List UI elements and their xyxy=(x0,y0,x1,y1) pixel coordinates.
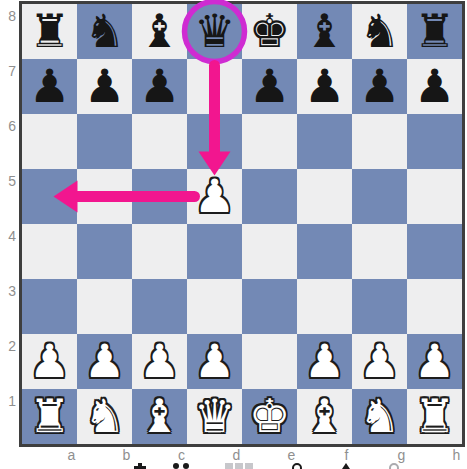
square-g2[interactable]: ♟ xyxy=(352,334,407,389)
square-d8[interactable]: ♛ xyxy=(187,4,242,59)
piece-black-knight: ♞ xyxy=(84,4,125,59)
piece-black-rook: ♜ xyxy=(29,4,70,59)
rank-label-1: 1 xyxy=(0,392,16,410)
piece-white-pawn: ♟ xyxy=(29,334,70,389)
square-f3[interactable] xyxy=(297,279,352,334)
square-h4[interactable] xyxy=(407,224,462,279)
rank-label-5: 5 xyxy=(0,172,16,190)
square-a3[interactable] xyxy=(22,279,77,334)
rank-label-8: 8 xyxy=(0,7,16,25)
square-h1[interactable]: ♜ xyxy=(407,389,462,444)
square-a1[interactable]: ♜ xyxy=(22,389,77,444)
square-b4[interactable] xyxy=(77,224,132,279)
piece-white-bishop: ♝ xyxy=(304,389,345,444)
cutoff-caption-fragments xyxy=(0,462,467,469)
rank-label-7: 7 xyxy=(0,62,16,80)
piece-black-bishop: ♝ xyxy=(304,4,345,59)
cutoff-glyph-fragment-triangle xyxy=(340,463,352,469)
square-b7[interactable]: ♟ xyxy=(77,59,132,114)
square-d2[interactable]: ♟ xyxy=(187,334,242,389)
square-e4[interactable] xyxy=(242,224,297,279)
piece-white-queen: ♛ xyxy=(194,389,235,444)
piece-white-king: ♚ xyxy=(249,389,290,444)
square-b1[interactable]: ♞ xyxy=(77,389,132,444)
square-c4[interactable] xyxy=(132,224,187,279)
rank-label-6: 6 xyxy=(0,117,16,135)
rank-label-2: 2 xyxy=(0,337,16,355)
piece-white-knight: ♞ xyxy=(359,389,400,444)
square-d6[interactable] xyxy=(187,114,242,169)
square-b8[interactable]: ♞ xyxy=(77,4,132,59)
square-a5[interactable] xyxy=(22,169,77,224)
piece-white-pawn: ♟ xyxy=(414,334,455,389)
square-d3[interactable] xyxy=(187,279,242,334)
square-g1[interactable]: ♞ xyxy=(352,389,407,444)
square-g4[interactable] xyxy=(352,224,407,279)
piece-white-pawn: ♟ xyxy=(84,334,125,389)
square-e1[interactable]: ♚ xyxy=(242,389,297,444)
square-h2[interactable]: ♟ xyxy=(407,334,462,389)
square-d4[interactable] xyxy=(187,224,242,279)
square-g7[interactable]: ♟ xyxy=(352,59,407,114)
square-f2[interactable]: ♟ xyxy=(297,334,352,389)
square-h3[interactable] xyxy=(407,279,462,334)
cutoff-glyph-fragment-ring xyxy=(292,463,302,469)
piece-black-queen: ♛ xyxy=(194,4,235,59)
square-h6[interactable] xyxy=(407,114,462,169)
square-a8[interactable]: ♜ xyxy=(22,4,77,59)
square-e8[interactable]: ♚ xyxy=(242,4,297,59)
piece-black-pawn: ♟ xyxy=(249,59,290,114)
piece-white-knight: ♞ xyxy=(84,389,125,444)
piece-black-pawn: ♟ xyxy=(414,59,455,114)
square-d1[interactable]: ♛ xyxy=(187,389,242,444)
piece-white-pawn: ♟ xyxy=(194,169,235,224)
square-e7[interactable]: ♟ xyxy=(242,59,297,114)
square-a4[interactable] xyxy=(22,224,77,279)
square-c5[interactable] xyxy=(132,169,187,224)
square-h7[interactable]: ♟ xyxy=(407,59,462,114)
square-f6[interactable] xyxy=(297,114,352,169)
square-h8[interactable]: ♜ xyxy=(407,4,462,59)
piece-black-pawn: ♟ xyxy=(359,59,400,114)
square-g6[interactable] xyxy=(352,114,407,169)
piece-black-king: ♚ xyxy=(249,4,290,59)
square-f8[interactable]: ♝ xyxy=(297,4,352,59)
square-c3[interactable] xyxy=(132,279,187,334)
piece-black-pawn: ♟ xyxy=(29,59,70,114)
rank-label-3: 3 xyxy=(0,282,16,300)
square-b3[interactable] xyxy=(77,279,132,334)
square-f4[interactable] xyxy=(297,224,352,279)
square-a7[interactable]: ♟ xyxy=(22,59,77,114)
square-c2[interactable]: ♟ xyxy=(132,334,187,389)
cutoff-glyph-fragment-ring xyxy=(389,463,399,469)
piece-white-pawn: ♟ xyxy=(194,334,235,389)
cutoff-glyph-fragment-rect xyxy=(225,463,233,469)
square-c1[interactable]: ♝ xyxy=(132,389,187,444)
piece-black-rook: ♜ xyxy=(414,4,455,59)
piece-black-knight: ♞ xyxy=(359,4,400,59)
piece-black-pawn: ♟ xyxy=(139,59,180,114)
square-b2[interactable]: ♟ xyxy=(77,334,132,389)
square-g3[interactable] xyxy=(352,279,407,334)
cutoff-glyph-fragment-rect xyxy=(235,463,243,469)
square-a6[interactable] xyxy=(22,114,77,169)
cutoff-glyph-fragment-dot xyxy=(183,463,189,469)
piece-white-pawn: ♟ xyxy=(359,334,400,389)
square-f1[interactable]: ♝ xyxy=(297,389,352,444)
square-f5[interactable] xyxy=(297,169,352,224)
cutoff-glyph-fragment-rect xyxy=(245,463,253,469)
square-c6[interactable] xyxy=(132,114,187,169)
piece-white-pawn: ♟ xyxy=(304,334,345,389)
square-b6[interactable] xyxy=(77,114,132,169)
square-h5[interactable] xyxy=(407,169,462,224)
square-c8[interactable]: ♝ xyxy=(132,4,187,59)
piece-white-bishop: ♝ xyxy=(139,389,180,444)
square-d7[interactable] xyxy=(187,59,242,114)
square-g8[interactable]: ♞ xyxy=(352,4,407,59)
cutoff-glyph-fragment-cross xyxy=(134,463,146,469)
square-c7[interactable]: ♟ xyxy=(132,59,187,114)
piece-white-rook: ♜ xyxy=(414,389,455,444)
piece-black-pawn: ♟ xyxy=(84,59,125,114)
square-f7[interactable]: ♟ xyxy=(297,59,352,114)
square-a2[interactable]: ♟ xyxy=(22,334,77,389)
cutoff-glyph-fragment-dot xyxy=(173,463,179,469)
square-e2[interactable] xyxy=(242,334,297,389)
square-e6[interactable] xyxy=(242,114,297,169)
rank-label-4: 4 xyxy=(0,227,16,245)
square-d5[interactable]: ♟ xyxy=(187,169,242,224)
square-e3[interactable] xyxy=(242,279,297,334)
piece-black-bishop: ♝ xyxy=(139,4,180,59)
chess-board: ♜♞♝♛♚♝♞♜♟♟♟♟♟♟♟♟♟♟♟♟♟♟♟♜♞♝♛♚♝♞♜ xyxy=(19,1,465,447)
square-e5[interactable] xyxy=(242,169,297,224)
piece-white-rook: ♜ xyxy=(29,389,70,444)
square-g5[interactable] xyxy=(352,169,407,224)
square-b5[interactable] xyxy=(77,169,132,224)
piece-black-pawn: ♟ xyxy=(304,59,345,114)
piece-white-pawn: ♟ xyxy=(139,334,180,389)
